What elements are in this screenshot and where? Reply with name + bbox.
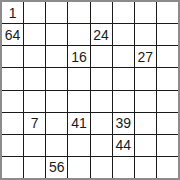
cell-r1c1-clue: 1: [2, 2, 23, 23]
cell-r4c5-empty[interactable]: [91, 68, 112, 89]
cell-r7c5-empty[interactable]: [91, 135, 112, 156]
cell-r8c8-empty[interactable]: [157, 157, 178, 178]
cell-r2c3-empty[interactable]: [46, 24, 67, 45]
cell-r8c4-empty[interactable]: [68, 157, 89, 178]
cell-r8c7-empty[interactable]: [135, 157, 156, 178]
cell-r5c5-empty[interactable]: [91, 91, 112, 112]
cell-r3c4-clue: 16: [68, 46, 89, 67]
cell-r5c4-empty[interactable]: [68, 91, 89, 112]
cell-r7c2-empty[interactable]: [24, 135, 45, 156]
cell-r7c7-empty[interactable]: [135, 135, 156, 156]
cell-r2c5-clue: 24: [91, 24, 112, 45]
cell-r7c3-empty[interactable]: [46, 135, 67, 156]
cell-r8c3-clue: 56: [46, 157, 67, 178]
cell-r6c5-empty[interactable]: [91, 113, 112, 134]
cell-r3c7-clue: 27: [135, 46, 156, 67]
cell-r3c5-empty[interactable]: [91, 46, 112, 67]
cell-r3c1-empty[interactable]: [2, 46, 23, 67]
cell-r3c6-empty[interactable]: [113, 46, 134, 67]
cell-r6c1-empty[interactable]: [2, 113, 23, 134]
cell-r8c5-empty[interactable]: [91, 157, 112, 178]
cell-r2c6-empty[interactable]: [113, 24, 134, 45]
cell-r5c8-empty[interactable]: [157, 91, 178, 112]
cell-r2c2-empty[interactable]: [24, 24, 45, 45]
cell-r6c3-empty[interactable]: [46, 113, 67, 134]
cell-r2c4-empty[interactable]: [68, 24, 89, 45]
cell-r1c3-empty[interactable]: [46, 2, 67, 23]
hidato-board: 164241627741394456: [0, 0, 180, 180]
cell-r7c1-empty[interactable]: [2, 135, 23, 156]
cell-r4c8-empty[interactable]: [157, 68, 178, 89]
cell-r6c6-clue: 39: [113, 113, 134, 134]
cell-r5c7-empty[interactable]: [135, 91, 156, 112]
cell-r4c6-empty[interactable]: [113, 68, 134, 89]
cell-r1c4-empty[interactable]: [68, 2, 89, 23]
cell-r5c2-empty[interactable]: [24, 91, 45, 112]
cell-r1c5-empty[interactable]: [91, 2, 112, 23]
cell-r4c1-empty[interactable]: [2, 68, 23, 89]
cell-r3c2-empty[interactable]: [24, 46, 45, 67]
cell-r4c7-empty[interactable]: [135, 68, 156, 89]
cell-r6c4-clue: 41: [68, 113, 89, 134]
cell-r7c8-empty[interactable]: [157, 135, 178, 156]
cell-r1c8-empty[interactable]: [157, 2, 178, 23]
cell-r7c6-clue: 44: [113, 135, 134, 156]
cell-r6c7-empty[interactable]: [135, 113, 156, 134]
cell-r6c2-clue: 7: [24, 113, 45, 134]
cell-r2c7-empty[interactable]: [135, 24, 156, 45]
cell-r2c8-empty[interactable]: [157, 24, 178, 45]
cell-r3c3-empty[interactable]: [46, 46, 67, 67]
cell-r5c1-empty[interactable]: [2, 91, 23, 112]
cell-r4c2-empty[interactable]: [24, 68, 45, 89]
cell-r4c3-empty[interactable]: [46, 68, 67, 89]
cell-r5c3-empty[interactable]: [46, 91, 67, 112]
cell-r1c6-empty[interactable]: [113, 2, 134, 23]
cell-r2c1-clue: 64: [2, 24, 23, 45]
cell-r4c4-empty[interactable]: [68, 68, 89, 89]
cell-r8c1-empty[interactable]: [2, 157, 23, 178]
cell-r1c2-empty[interactable]: [24, 2, 45, 23]
cell-r8c6-empty[interactable]: [113, 157, 134, 178]
cell-r3c8-empty[interactable]: [157, 46, 178, 67]
cell-r1c7-empty[interactable]: [135, 2, 156, 23]
cell-r5c6-empty[interactable]: [113, 91, 134, 112]
cell-r8c2-empty[interactable]: [24, 157, 45, 178]
cell-r6c8-empty[interactable]: [157, 113, 178, 134]
cell-r7c4-empty[interactable]: [68, 135, 89, 156]
